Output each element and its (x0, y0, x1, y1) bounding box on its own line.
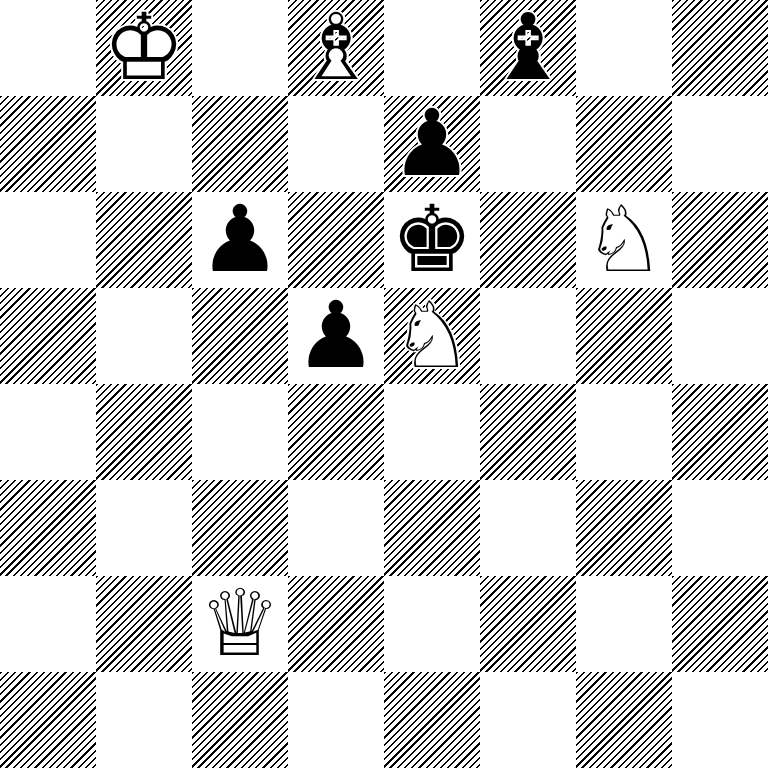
square-f3[interactable] (480, 480, 576, 576)
piece-halo: ♟ (384, 96, 480, 192)
square-a2[interactable] (0, 576, 96, 672)
square-c5[interactable] (192, 288, 288, 384)
square-c3[interactable] (192, 480, 288, 576)
square-c8[interactable] (192, 0, 288, 96)
piece-halo: ♟ (288, 288, 384, 384)
black-pawn: ♟ (288, 288, 384, 384)
square-f5[interactable] (480, 288, 576, 384)
piece-halo: ♞ (576, 192, 672, 288)
white-queen: ♕ (192, 576, 288, 672)
square-d8[interactable]: ♝♗ (288, 0, 384, 96)
chess-board: ♚♔♝♗♝♝♟♟♟♟♚♚♞♘♟♟♞♘♛♕ (0, 0, 768, 768)
piece-halo: ♚ (384, 192, 480, 288)
square-b3[interactable] (96, 480, 192, 576)
piece-halo: ♚ (96, 0, 192, 96)
square-e5[interactable]: ♞♘ (384, 288, 480, 384)
white-knight: ♘ (576, 192, 672, 288)
square-h3[interactable] (672, 480, 768, 576)
square-h1[interactable] (672, 672, 768, 768)
square-a4[interactable] (0, 384, 96, 480)
square-b6[interactable] (96, 192, 192, 288)
square-c2[interactable]: ♛♕ (192, 576, 288, 672)
square-b2[interactable] (96, 576, 192, 672)
square-d3[interactable] (288, 480, 384, 576)
square-g5[interactable] (576, 288, 672, 384)
square-g8[interactable] (576, 0, 672, 96)
square-a5[interactable] (0, 288, 96, 384)
square-a8[interactable] (0, 0, 96, 96)
square-e7[interactable]: ♟♟ (384, 96, 480, 192)
square-g6[interactable]: ♞♘ (576, 192, 672, 288)
square-e1[interactable] (384, 672, 480, 768)
square-d5[interactable]: ♟♟ (288, 288, 384, 384)
square-c4[interactable] (192, 384, 288, 480)
piece-halo: ♟ (192, 192, 288, 288)
square-f7[interactable] (480, 96, 576, 192)
square-b5[interactable] (96, 288, 192, 384)
square-b7[interactable] (96, 96, 192, 192)
square-g1[interactable] (576, 672, 672, 768)
square-d6[interactable] (288, 192, 384, 288)
square-d1[interactable] (288, 672, 384, 768)
square-d7[interactable] (288, 96, 384, 192)
square-g7[interactable] (576, 96, 672, 192)
square-h2[interactable] (672, 576, 768, 672)
square-g3[interactable] (576, 480, 672, 576)
square-b1[interactable] (96, 672, 192, 768)
square-h4[interactable] (672, 384, 768, 480)
square-h8[interactable] (672, 0, 768, 96)
square-e3[interactable] (384, 480, 480, 576)
square-a1[interactable] (0, 672, 96, 768)
square-f6[interactable] (480, 192, 576, 288)
black-pawn: ♟ (192, 192, 288, 288)
piece-halo: ♛ (192, 576, 288, 672)
square-f8[interactable]: ♝♝ (480, 0, 576, 96)
square-c1[interactable] (192, 672, 288, 768)
square-a7[interactable] (0, 96, 96, 192)
piece-halo: ♞ (384, 288, 480, 384)
square-b4[interactable] (96, 384, 192, 480)
black-king: ♚ (384, 192, 480, 288)
piece-halo: ♝ (288, 0, 384, 96)
black-pawn: ♟ (384, 96, 480, 192)
square-f1[interactable] (480, 672, 576, 768)
square-g4[interactable] (576, 384, 672, 480)
white-knight: ♘ (384, 288, 480, 384)
square-d2[interactable] (288, 576, 384, 672)
square-f4[interactable] (480, 384, 576, 480)
square-e4[interactable] (384, 384, 480, 480)
square-d4[interactable] (288, 384, 384, 480)
square-h7[interactable] (672, 96, 768, 192)
square-e8[interactable] (384, 0, 480, 96)
square-c6[interactable]: ♟♟ (192, 192, 288, 288)
square-a6[interactable] (0, 192, 96, 288)
black-bishop: ♝ (480, 0, 576, 96)
square-b8[interactable]: ♚♔ (96, 0, 192, 96)
square-h6[interactable] (672, 192, 768, 288)
white-bishop: ♗ (288, 0, 384, 96)
white-king: ♔ (96, 0, 192, 96)
piece-halo: ♝ (480, 0, 576, 96)
square-e6[interactable]: ♚♚ (384, 192, 480, 288)
square-f2[interactable] (480, 576, 576, 672)
square-e2[interactable] (384, 576, 480, 672)
square-c7[interactable] (192, 96, 288, 192)
square-a3[interactable] (0, 480, 96, 576)
square-g2[interactable] (576, 576, 672, 672)
square-h5[interactable] (672, 288, 768, 384)
